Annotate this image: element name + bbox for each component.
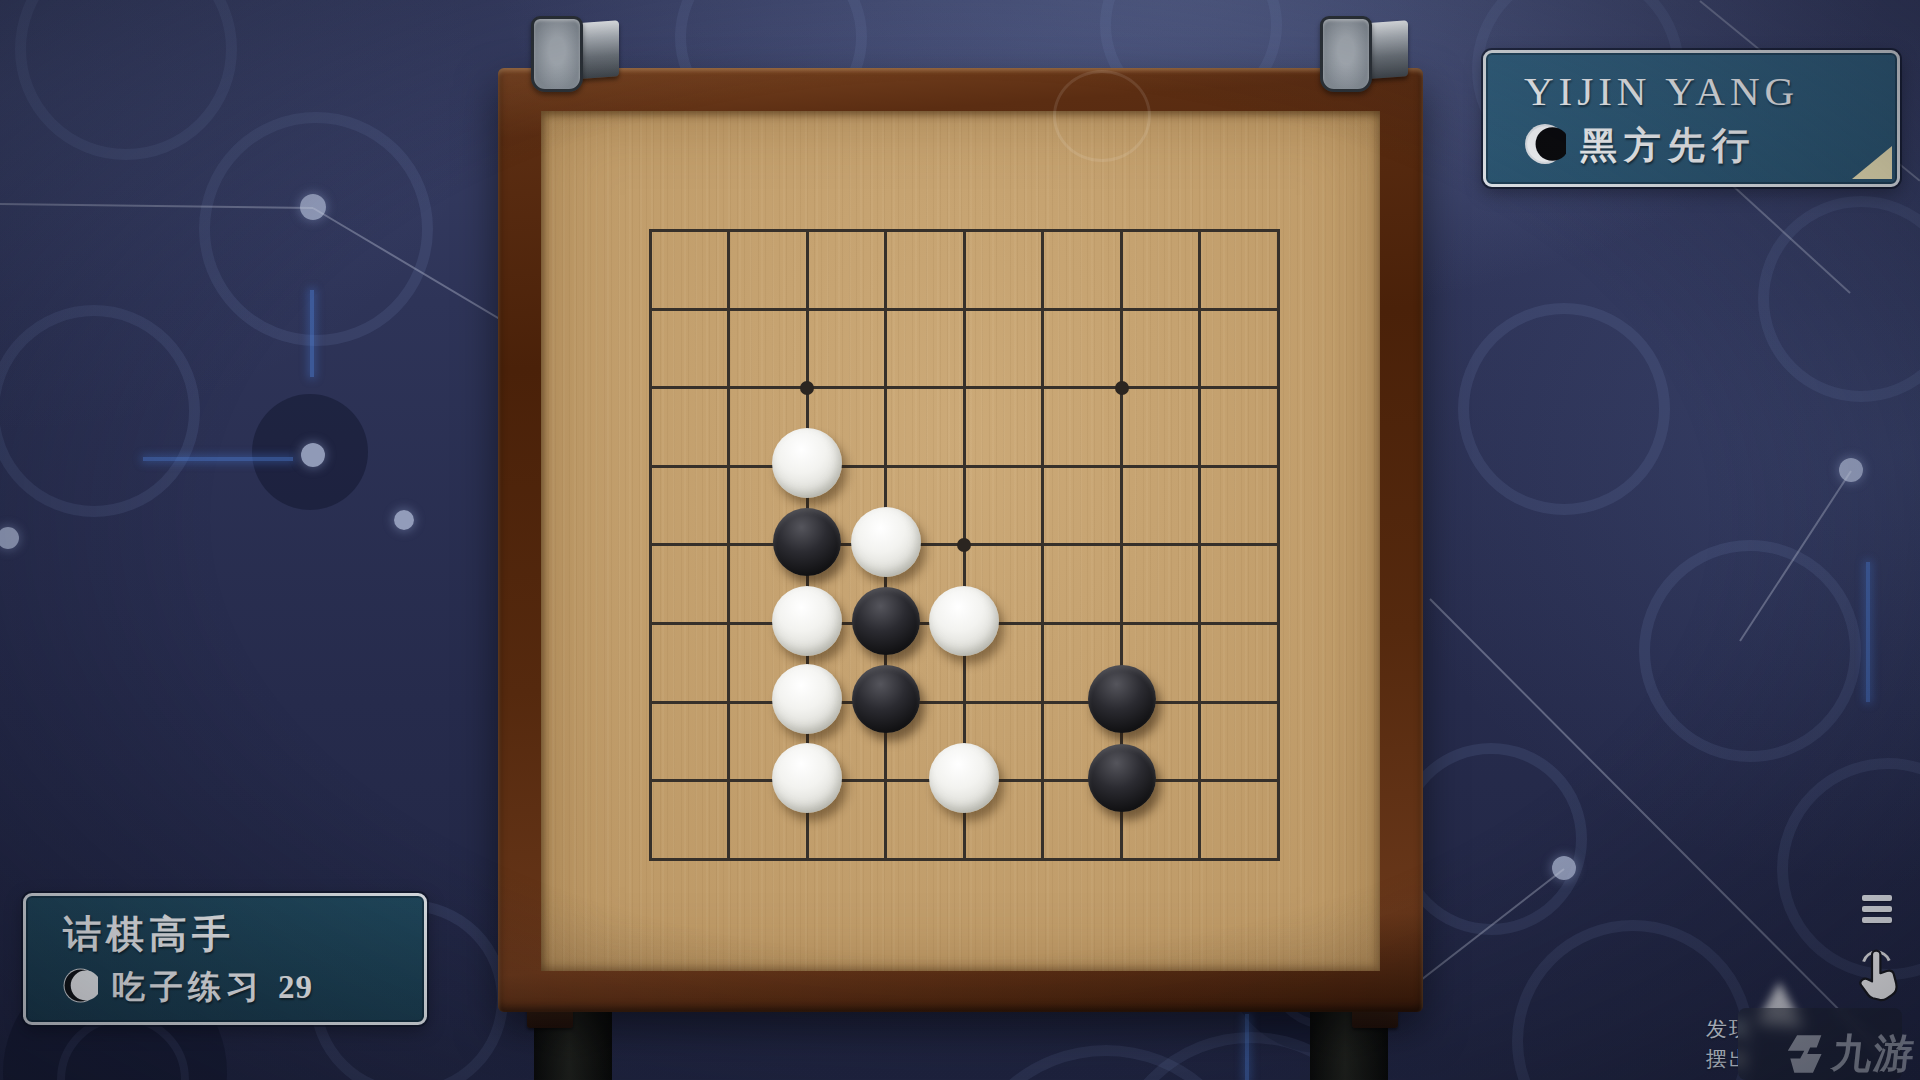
background-ring: [1395, 743, 1587, 935]
black-stone: [1088, 665, 1156, 733]
watermark-text: 九游: [1829, 1026, 1919, 1080]
background-ring: [1458, 303, 1670, 515]
background-node-dot: [1839, 458, 1863, 482]
white-stone: [772, 664, 842, 734]
background-node-dot: [0, 527, 19, 549]
black-stone-crescent-icon: [1524, 123, 1566, 169]
right-clamp-icon: [1320, 16, 1372, 92]
white-stone: [772, 586, 842, 656]
background-ring: [1758, 196, 1920, 402]
puzzle-title: 诘棋高手: [63, 909, 424, 960]
watermark-logo: 九游: [1779, 1026, 1919, 1080]
white-stone: [929, 586, 999, 656]
star-point: [1115, 381, 1129, 395]
white-stone: [929, 743, 999, 813]
hand-cursor-icon: [1854, 948, 1900, 1010]
background-connector-line: [1866, 562, 1870, 702]
white-stone: [772, 428, 842, 498]
background-ring: [1777, 758, 1920, 980]
black-stone: [1088, 744, 1156, 812]
puzzle-panel: 诘棋高手 吃子练习 29: [23, 893, 427, 1025]
puzzle-category: 吃子练习: [112, 965, 264, 1010]
background-ring: [15, 0, 237, 160]
watermark-g-glyph: [1780, 1032, 1829, 1076]
turn-label: 黑方先行: [1580, 121, 1756, 171]
puzzle-number: 29: [278, 969, 313, 1006]
background-connector-line: [1245, 1014, 1249, 1080]
white-stone: [851, 507, 921, 577]
app-screen: YIJIN YANG 黑方先行 诘棋高手 吃子练: [0, 0, 1920, 1080]
background-connector-line: [310, 290, 314, 377]
background-node-dot: [394, 510, 414, 530]
player-panel[interactable]: YIJIN YANG 黑方先行: [1483, 50, 1900, 187]
left-clamp-icon: [531, 16, 583, 92]
white-stone: [772, 743, 842, 813]
black-stone: [852, 665, 920, 733]
board-glare: [1053, 70, 1151, 162]
go-board[interactable]: [611, 191, 1318, 899]
star-point: [957, 538, 971, 552]
white-stone-crescent-icon: [63, 968, 98, 1007]
black-stone: [773, 508, 841, 576]
background-ring: [1639, 540, 1861, 762]
corner-fold-triangle-icon[interactable]: [1852, 146, 1892, 179]
background-node-dot: [301, 443, 325, 467]
black-stone: [852, 587, 920, 655]
background-ring: [199, 112, 433, 346]
star-point: [800, 381, 814, 395]
hamburger-menu-icon[interactable]: [1862, 895, 1892, 923]
background-connector-line: [143, 457, 293, 461]
background-ring: [0, 305, 200, 517]
player-name: YIJIN YANG: [1524, 67, 1897, 115]
